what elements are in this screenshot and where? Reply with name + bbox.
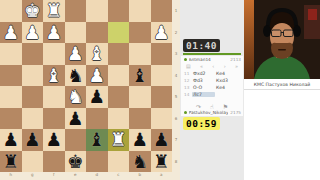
file-label-d: d: [86, 172, 108, 177]
square-c6[interactable]: [108, 108, 130, 130]
square-e1[interactable]: [65, 0, 87, 22]
square-e5[interactable]: ♞: [65, 86, 87, 108]
black-rook: ♜: [153, 151, 170, 173]
move-row: 13O-OКe4: [184, 84, 241, 91]
black-pawn: ♟: [153, 129, 170, 151]
online-status-dot: [184, 58, 187, 61]
white-move[interactable]: Фd3: [192, 78, 215, 83]
square-d7[interactable]: ♝: [86, 129, 108, 151]
rank-label-5: 5: [173, 86, 180, 108]
move-row: 11Фxd2Кe4: [184, 70, 241, 77]
square-c2[interactable]: [108, 22, 130, 44]
stream-layout: ♚♜♟♟♟♟♟♝♝♞♟♝♞♟♟♟♟♟♝♜♟♟♜♚♞♜ hgfedcba12345…: [0, 0, 320, 180]
square-d1[interactable]: [86, 0, 108, 22]
rank-label-7: 7: [173, 129, 180, 151]
white-move[interactable]: O-O: [192, 85, 215, 90]
square-b7[interactable]: ♟: [129, 129, 151, 151]
square-d4[interactable]: ♟: [86, 65, 108, 87]
square-f1[interactable]: ♜: [43, 0, 65, 22]
square-b6[interactable]: [129, 108, 151, 130]
square-g1[interactable]: ♚: [22, 0, 44, 22]
square-g7[interactable]: ♟: [22, 129, 44, 151]
square-g5[interactable]: [22, 86, 44, 108]
black-king: ♚: [67, 151, 84, 173]
file-label-c: c: [108, 172, 130, 177]
board-squares: ♚♜♟♟♟♟♟♝♝♞♟♝♞♟♟♟♟♟♝♜♟♟♜♚♞♜: [0, 0, 172, 172]
top-player-name[interactable]: Antman14: [189, 57, 211, 62]
white-pawn: ♟: [45, 22, 62, 44]
square-h6[interactable]: [0, 108, 22, 130]
square-h3[interactable]: [0, 43, 22, 65]
black-move[interactable]: Кxd3: [215, 78, 238, 83]
board-menu-icon[interactable]: ▤: [186, 63, 191, 69]
chess-board: ♚♜♟♟♟♟♟♝♝♞♟♝♞♟♟♟♟♟♝♜♟♟♜♚♞♜ hgfedcba12345…: [0, 0, 180, 180]
white-king: ♚: [24, 0, 41, 22]
square-c8[interactable]: [108, 151, 130, 173]
move-number: 13: [184, 85, 192, 90]
square-a6[interactable]: [151, 108, 173, 130]
square-a3[interactable]: [151, 43, 173, 65]
file-label-e: e: [65, 172, 87, 177]
streamer-figure: [244, 0, 320, 79]
white-pawn: ♟: [2, 22, 19, 44]
file-label-a: a: [151, 172, 173, 177]
square-g3[interactable]: [22, 43, 44, 65]
black-bishop: ♝: [88, 129, 105, 151]
move-list: 11Фxd2Кe412Фd3Кxd313O-OКe414Лc7: [184, 70, 241, 98]
square-b4[interactable]: ♝: [129, 65, 151, 87]
square-a5[interactable]: [151, 86, 173, 108]
square-g4[interactable]: [22, 65, 44, 87]
square-e3[interactable]: ♟: [65, 43, 87, 65]
square-d3[interactable]: ♝: [86, 43, 108, 65]
rank-label-2: 2: [173, 22, 180, 44]
square-g6[interactable]: [22, 108, 44, 130]
bottom-player-clock: 00:59: [183, 117, 220, 130]
square-e7[interactable]: [65, 129, 87, 151]
black-pawn: ♟: [24, 129, 41, 151]
streamer-video: [244, 0, 320, 79]
square-b8[interactable]: ♞: [129, 151, 151, 173]
next-move-icon[interactable]: ›: [224, 63, 226, 69]
square-a8[interactable]: ♜: [151, 151, 173, 173]
black-pawn: ♟: [2, 129, 19, 151]
move-number: 11: [184, 71, 192, 76]
white-knight: ♞: [67, 86, 84, 108]
square-c1[interactable]: [108, 0, 130, 22]
bottom-player-name[interactable]: Pastukhov_Nikolay: [189, 110, 229, 115]
black-pawn: ♟: [131, 129, 148, 151]
square-b2[interactable]: [129, 22, 151, 44]
square-a2[interactable]: ♟: [151, 22, 173, 44]
rank-label-4: 4: [173, 65, 180, 87]
square-f8[interactable]: [43, 151, 65, 173]
square-d2[interactable]: [86, 22, 108, 44]
lamp-glow: [244, 0, 254, 79]
last-move-icon[interactable]: »: [235, 63, 238, 69]
square-f5[interactable]: [43, 86, 65, 108]
square-a4[interactable]: [151, 65, 173, 87]
white-rook: ♜: [45, 0, 62, 22]
white-pawn: ♟: [24, 22, 41, 44]
bottom-player-row[interactable]: Pastukhov_Nikolay 2175: [184, 110, 241, 116]
white-move[interactable]: Лc7: [192, 92, 215, 97]
white-pawn: ♟: [67, 43, 84, 65]
white-pawn: ♟: [153, 22, 170, 44]
square-f4[interactable]: ♝: [43, 65, 65, 87]
file-label-b: b: [129, 172, 151, 177]
file-label-h: h: [0, 172, 22, 177]
square-f2[interactable]: ♟: [43, 22, 65, 44]
rank-label-6: 6: [173, 108, 180, 130]
square-f7[interactable]: ♟: [43, 129, 65, 151]
square-d5[interactable]: ♟: [86, 86, 108, 108]
square-h8[interactable]: ♜: [0, 151, 22, 173]
streamer-name-label: КМС Пастухов Николай: [244, 79, 320, 90]
square-c7[interactable]: ♜: [108, 129, 130, 151]
square-h5[interactable]: [0, 86, 22, 108]
square-h7[interactable]: ♟: [0, 129, 22, 151]
rank-label-1: 1: [173, 0, 180, 22]
white-pawn: ♟: [88, 65, 105, 87]
square-a1[interactable]: [151, 0, 173, 22]
square-e4[interactable]: ♞: [65, 65, 87, 87]
black-pawn: ♟: [67, 108, 84, 130]
white-move[interactable]: Фxd2: [192, 71, 215, 76]
square-b3[interactable]: [129, 43, 151, 65]
move-number: 14: [184, 92, 192, 97]
move-row: 14Лc7: [184, 91, 241, 98]
square-d8[interactable]: [86, 151, 108, 173]
black-pawn: ♟: [45, 129, 62, 151]
game-panel: 01:40 Antman14 2113 ▤«‹›» 11Фxd2Кe412Фd3…: [180, 0, 244, 180]
square-g8[interactable]: [22, 151, 44, 173]
square-c5[interactable]: [108, 86, 130, 108]
black-move[interactable]: Кe4: [215, 71, 238, 76]
square-a7[interactable]: ♟: [151, 129, 173, 151]
square-e6[interactable]: ♟: [65, 108, 87, 130]
top-player-clock: 01:40: [183, 39, 220, 52]
move-navigation: ▤«‹›»: [186, 63, 238, 69]
webcam-column: КМС Пастухов Николай: [244, 0, 320, 180]
white-rook: ♜: [110, 129, 127, 151]
square-h1[interactable]: [0, 0, 22, 22]
square-c4[interactable]: [108, 65, 130, 87]
white-bishop: ♝: [88, 43, 105, 65]
square-e2[interactable]: [65, 22, 87, 44]
file-label-g: g: [22, 172, 44, 177]
bottom-player-rating: 2175: [230, 110, 241, 115]
glasses: [272, 30, 282, 37]
move-number: 12: [184, 78, 192, 83]
move-row: 12Фd3Кxd3: [184, 77, 241, 84]
square-e8[interactable]: ♚: [65, 151, 87, 173]
square-b5[interactable]: [129, 86, 151, 108]
online-status-dot: [184, 111, 187, 114]
black-knight: ♞: [131, 151, 148, 173]
square-h4[interactable]: [0, 65, 22, 87]
rank-label-3: 3: [173, 43, 180, 65]
square-d6[interactable]: [86, 108, 108, 130]
square-f6[interactable]: [43, 108, 65, 130]
square-b1[interactable]: [129, 0, 151, 22]
file-label-f: f: [43, 172, 65, 177]
square-h2[interactable]: ♟: [0, 22, 22, 44]
top-player-rating: 2113: [230, 57, 241, 62]
black-bishop: ♝: [131, 65, 148, 87]
white-bishop: ♝: [45, 65, 62, 87]
black-knight: ♞: [67, 65, 84, 87]
square-c3[interactable]: [108, 43, 130, 65]
black-pawn: ♟: [88, 86, 105, 108]
rank-label-8: 8: [173, 151, 180, 173]
prev-move-icon[interactable]: ‹: [212, 63, 214, 69]
black-rook: ♜: [2, 151, 19, 173]
black-move[interactable]: Кe4: [215, 85, 238, 90]
first-move-icon[interactable]: «: [200, 63, 203, 69]
square-f3[interactable]: [43, 43, 65, 65]
square-g2[interactable]: ♟: [22, 22, 44, 44]
clock-accent-bar: [183, 53, 241, 55]
